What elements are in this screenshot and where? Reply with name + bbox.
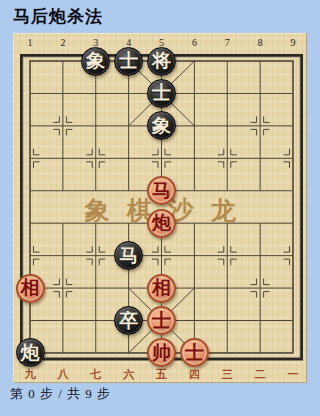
coord-label-bottom: 四 — [189, 367, 200, 382]
piece-black-cannon[interactable]: 炮 — [16, 338, 45, 367]
coord-label-top: 9 — [291, 37, 296, 48]
coord-label-bottom: 三 — [222, 367, 233, 382]
xiangqi-board: 123456789 九八七六五四三二一 象棋沙龙 象士将士象马炮马相相卒士炮帅士 — [13, 33, 307, 383]
page-title: 马后炮杀法 — [13, 5, 103, 28]
piece-black-general[interactable]: 将 — [147, 47, 176, 76]
coord-label-top: 2 — [60, 37, 65, 48]
piece-red-advisor[interactable]: 士 — [147, 306, 176, 335]
coord-label-bottom: 一 — [288, 367, 299, 382]
coord-label-bottom: 二 — [255, 367, 266, 382]
coord-label-bottom: 六 — [123, 367, 134, 382]
coord-label-bottom: 五 — [156, 367, 167, 382]
coord-label-top: 6 — [192, 37, 197, 48]
coord-label-bottom: 七 — [90, 367, 101, 382]
piece-red-elephant[interactable]: 相 — [16, 274, 45, 303]
piece-black-advisor[interactable]: 士 — [147, 79, 176, 108]
coord-label-top: 7 — [225, 37, 230, 48]
piece-black-advisor[interactable]: 士 — [114, 47, 143, 76]
move-counter: 第 0 步 / 共 9 步 — [10, 385, 111, 403]
piece-black-elephant[interactable]: 象 — [81, 47, 110, 76]
coord-label-top: 1 — [28, 37, 33, 48]
coord-label-bottom: 九 — [25, 367, 36, 382]
coord-label-bottom: 八 — [57, 367, 68, 382]
coord-label-top: 8 — [258, 37, 263, 48]
piece-red-elephant[interactable]: 相 — [147, 274, 176, 303]
piece-red-cannon[interactable]: 炮 — [147, 209, 176, 238]
piece-black-soldier[interactable]: 卒 — [114, 306, 143, 335]
